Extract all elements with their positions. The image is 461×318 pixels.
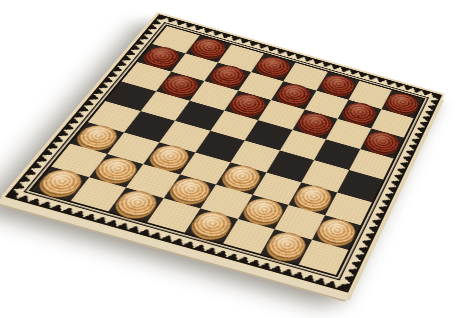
product-photo-stage	[0, 0, 461, 318]
checkers-board	[0, 12, 445, 295]
